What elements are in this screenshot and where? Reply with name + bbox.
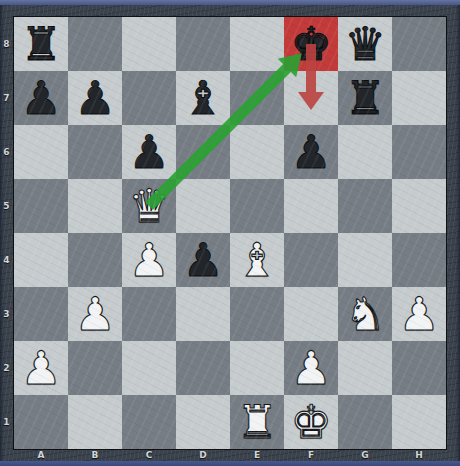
black-pawn[interactable]: ♟	[74, 71, 115, 125]
rank-label-2: 2	[0, 341, 13, 395]
square-h1[interactable]	[392, 395, 446, 449]
rank-label-1: 1	[0, 395, 13, 449]
square-c5[interactable]: ♛	[122, 179, 176, 233]
square-e2[interactable]	[230, 341, 284, 395]
square-d7[interactable]: ♝	[176, 71, 230, 125]
square-f4[interactable]	[284, 233, 338, 287]
square-f2[interactable]: ♟	[284, 341, 338, 395]
chess-app-window: ♜♚♛♟♟♝♜♟♟♛♟♟♝♟♞♟♟♟♜♚ 87654321 ABCDEFGH	[0, 0, 460, 466]
white-pawn[interactable]: ♟	[20, 341, 61, 395]
square-h6[interactable]	[392, 125, 446, 179]
square-h3[interactable]: ♟	[392, 287, 446, 341]
square-d2[interactable]	[176, 341, 230, 395]
white-rook[interactable]: ♜	[236, 395, 277, 449]
white-pawn[interactable]: ♟	[128, 233, 169, 287]
square-h4[interactable]	[392, 233, 446, 287]
black-queen[interactable]: ♛	[344, 17, 385, 71]
rank-label-7: 7	[0, 71, 13, 125]
square-g3[interactable]: ♞	[338, 287, 392, 341]
square-e3[interactable]	[230, 287, 284, 341]
file-label-e: E	[230, 449, 284, 461]
square-d1[interactable]	[176, 395, 230, 449]
square-h2[interactable]	[392, 341, 446, 395]
file-label-c: C	[122, 449, 176, 461]
square-g6[interactable]	[338, 125, 392, 179]
square-c4[interactable]: ♟	[122, 233, 176, 287]
square-a6[interactable]	[14, 125, 68, 179]
square-b3[interactable]: ♟	[68, 287, 122, 341]
square-e6[interactable]	[230, 125, 284, 179]
file-label-a: A	[14, 449, 68, 461]
rank-label-4: 4	[0, 233, 13, 287]
square-h7[interactable]	[392, 71, 446, 125]
rank-label-3: 3	[0, 287, 13, 341]
square-b8[interactable]	[68, 17, 122, 71]
square-a2[interactable]: ♟	[14, 341, 68, 395]
black-pawn[interactable]: ♟	[182, 233, 223, 287]
square-a8[interactable]: ♜	[14, 17, 68, 71]
square-g5[interactable]	[338, 179, 392, 233]
black-rook[interactable]: ♜	[344, 71, 385, 125]
square-d3[interactable]	[176, 287, 230, 341]
square-g4[interactable]	[338, 233, 392, 287]
square-a4[interactable]	[14, 233, 68, 287]
board: ♜♚♛♟♟♝♜♟♟♛♟♟♝♟♞♟♟♟♜♚	[13, 16, 447, 450]
square-b5[interactable]	[68, 179, 122, 233]
white-pawn[interactable]: ♟	[290, 341, 331, 395]
black-pawn[interactable]: ♟	[290, 125, 331, 179]
square-c6[interactable]: ♟	[122, 125, 176, 179]
bottom-accent-strip	[0, 461, 460, 466]
square-e5[interactable]	[230, 179, 284, 233]
square-a5[interactable]	[14, 179, 68, 233]
square-b2[interactable]	[68, 341, 122, 395]
file-label-g: G	[338, 449, 392, 461]
file-label-d: D	[176, 449, 230, 461]
file-label-f: F	[284, 449, 338, 461]
black-bishop[interactable]: ♝	[182, 71, 223, 125]
square-d8[interactable]	[176, 17, 230, 71]
file-label-h: H	[392, 449, 446, 461]
square-c1[interactable]	[122, 395, 176, 449]
black-pawn[interactable]: ♟	[128, 125, 169, 179]
square-f6[interactable]: ♟	[284, 125, 338, 179]
square-b4[interactable]	[68, 233, 122, 287]
square-h5[interactable]	[392, 179, 446, 233]
square-b7[interactable]: ♟	[68, 71, 122, 125]
white-pawn[interactable]: ♟	[74, 287, 115, 341]
square-c8[interactable]	[122, 17, 176, 71]
square-d5[interactable]	[176, 179, 230, 233]
black-rook[interactable]: ♜	[20, 17, 61, 71]
square-e1[interactable]: ♜	[230, 395, 284, 449]
square-g8[interactable]: ♛	[338, 17, 392, 71]
square-c3[interactable]	[122, 287, 176, 341]
rank-label-5: 5	[0, 179, 13, 233]
square-b1[interactable]	[68, 395, 122, 449]
square-e4[interactable]: ♝	[230, 233, 284, 287]
square-b6[interactable]	[68, 125, 122, 179]
white-knight[interactable]: ♞	[344, 287, 385, 341]
square-f1[interactable]: ♚	[284, 395, 338, 449]
rank-label-8: 8	[0, 17, 13, 71]
file-label-b: B	[68, 449, 122, 461]
square-a7[interactable]: ♟	[14, 71, 68, 125]
white-pawn[interactable]: ♟	[398, 287, 439, 341]
square-a3[interactable]	[14, 287, 68, 341]
square-d4[interactable]: ♟	[176, 233, 230, 287]
white-queen[interactable]: ♛	[128, 179, 169, 233]
white-king[interactable]: ♚	[290, 395, 331, 449]
square-g1[interactable]	[338, 395, 392, 449]
top-accent-strip	[0, 0, 460, 5]
square-g2[interactable]	[338, 341, 392, 395]
square-a1[interactable]	[14, 395, 68, 449]
square-c2[interactable]	[122, 341, 176, 395]
white-bishop[interactable]: ♝	[236, 233, 277, 287]
square-f8[interactable]: ♚	[284, 17, 338, 71]
square-f3[interactable]	[284, 287, 338, 341]
black-pawn[interactable]: ♟	[20, 71, 61, 125]
square-f7[interactable]	[284, 71, 338, 125]
square-e7[interactable]	[230, 71, 284, 125]
square-e8[interactable]	[230, 17, 284, 71]
square-h8[interactable]	[392, 17, 446, 71]
square-f5[interactable]	[284, 179, 338, 233]
square-g7[interactable]: ♜	[338, 71, 392, 125]
square-c7[interactable]	[122, 71, 176, 125]
rank-label-6: 6	[0, 125, 13, 179]
black-king[interactable]: ♚	[290, 17, 331, 71]
square-d6[interactable]	[176, 125, 230, 179]
